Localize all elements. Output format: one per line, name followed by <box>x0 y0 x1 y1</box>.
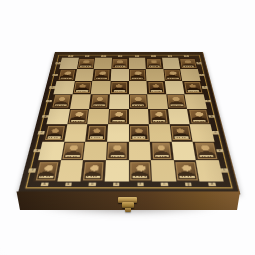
square-a6 <box>53 81 74 94</box>
square-d1 <box>104 160 128 181</box>
file-label-d: d <box>104 182 128 186</box>
square-g8 <box>161 57 180 68</box>
square-e4 <box>128 108 149 124</box>
coordinate-plate: g <box>184 182 191 186</box>
portrait-nameplate <box>60 77 72 78</box>
portrait-c5 <box>90 95 107 107</box>
portrait-d4 <box>109 109 126 122</box>
coordinate-plate: d <box>117 55 122 57</box>
file-label-g: g <box>176 182 201 186</box>
square-c1 <box>80 160 105 181</box>
portrait-g1 <box>175 162 197 180</box>
portrait-nameplate <box>80 65 91 66</box>
coordinate-plate: g <box>167 55 172 57</box>
portrait-f4 <box>149 109 167 122</box>
square-h7 <box>180 69 200 81</box>
portrait-nameplate <box>131 77 142 78</box>
square-f8 <box>145 57 163 68</box>
portrait-nameplate <box>132 104 144 106</box>
square-f6 <box>146 81 166 94</box>
square-b8 <box>76 57 95 68</box>
square-f1 <box>151 160 176 181</box>
portrait-c1 <box>82 162 103 180</box>
file-label-b: b <box>78 55 95 57</box>
board-grid <box>33 57 224 181</box>
file-label-f: f <box>145 55 162 57</box>
coordinate-plate: 2 <box>33 149 40 152</box>
portrait-e5 <box>129 95 146 107</box>
portrait-e7 <box>129 69 144 79</box>
portrait-e3 <box>130 125 148 140</box>
coordinate-plate: 7 <box>198 73 203 75</box>
square-b4 <box>66 108 88 124</box>
portrait-nameplate <box>71 120 84 122</box>
square-e8 <box>128 57 145 68</box>
square-c8 <box>93 57 111 68</box>
coordinate-plate: a <box>40 182 48 186</box>
coordinate-plate: 5 <box>205 100 211 102</box>
file-label-e: e <box>128 55 145 57</box>
file-label-d: d <box>111 55 128 57</box>
coordinate-plate: b <box>84 55 89 57</box>
portrait-b4 <box>68 109 87 122</box>
square-h8 <box>178 57 197 68</box>
file-label-b: b <box>56 182 81 186</box>
square-f7 <box>145 69 164 81</box>
square-c3 <box>85 124 108 141</box>
square-e7 <box>128 69 146 81</box>
portrait-a7 <box>58 69 75 79</box>
portrait-nameplate <box>199 155 213 157</box>
portrait-nameplate <box>93 104 105 106</box>
portrait-nameplate <box>193 120 206 122</box>
portrait-nameplate <box>47 136 61 138</box>
square-f5 <box>147 94 167 108</box>
coordinate-plate: c <box>101 55 106 57</box>
portrait-b2 <box>62 143 83 159</box>
square-a7 <box>56 69 76 81</box>
square-c7 <box>92 69 111 81</box>
portrait-a5 <box>51 95 70 107</box>
square-g7 <box>163 69 182 81</box>
portrait-d8 <box>112 58 127 68</box>
coordinate-plate: 6 <box>49 86 55 88</box>
portrait-c7 <box>94 69 110 79</box>
portrait-nameplate <box>152 120 165 122</box>
portrait-nameplate <box>54 104 67 106</box>
square-e3 <box>128 124 150 141</box>
square-e6 <box>128 81 147 94</box>
portrait-h8 <box>179 58 195 68</box>
product-photo: abcdefgh abcdefgh 87654321 87654321 <box>0 0 255 255</box>
square-e2 <box>128 141 151 160</box>
portrait-nameplate <box>179 175 194 178</box>
square-b7 <box>74 69 93 81</box>
square-b6 <box>72 81 92 94</box>
coordinate-plate: b <box>64 182 71 186</box>
square-g4 <box>167 108 189 124</box>
file-label-e: e <box>128 182 152 186</box>
board-frame: abcdefgh abcdefgh 87654321 87654321 <box>17 52 240 194</box>
coordinate-plate: 3 <box>212 131 219 134</box>
portrait-d2 <box>107 143 126 159</box>
square-b5 <box>69 94 90 108</box>
portrait-h6 <box>184 82 202 93</box>
portrait-nameplate <box>111 120 124 122</box>
portrait-b6 <box>73 82 90 93</box>
portrait-nameplate <box>174 136 188 138</box>
portrait-nameplate <box>132 136 145 138</box>
portrait-g3 <box>171 125 191 140</box>
square-f2 <box>149 141 173 160</box>
file-label-g: g <box>161 55 178 57</box>
portrait-h2 <box>194 143 216 159</box>
square-c6 <box>90 81 110 94</box>
square-d3 <box>106 124 128 141</box>
coordinate-plate: 3 <box>38 131 45 134</box>
square-g5 <box>166 94 187 108</box>
square-d8 <box>111 57 128 68</box>
square-d6 <box>109 81 128 94</box>
square-c5 <box>89 94 109 108</box>
portrait-c3 <box>87 125 106 140</box>
file-label-h: h <box>199 182 224 186</box>
portrait-nameplate <box>76 90 88 92</box>
portrait-nameplate <box>187 90 199 92</box>
brass-clasp <box>118 196 137 212</box>
square-d2 <box>105 141 128 160</box>
portrait-g7 <box>164 69 180 79</box>
coordinate-plate: 1 <box>220 169 227 173</box>
portrait-nameplate <box>38 175 53 178</box>
square-g3 <box>169 124 192 141</box>
coordinate-plate: 5 <box>46 100 52 102</box>
portrait-nameplate <box>154 155 168 157</box>
coordinate-plate: 6 <box>201 86 207 88</box>
square-c4 <box>87 108 108 124</box>
square-g6 <box>164 81 184 94</box>
square-h5 <box>184 94 206 108</box>
square-h6 <box>182 81 203 94</box>
portrait-a3 <box>44 125 65 140</box>
square-e1 <box>128 160 152 181</box>
coordinate-plate: e <box>136 182 143 186</box>
portrait-b8 <box>78 58 94 68</box>
square-b1 <box>56 160 82 181</box>
square-b3 <box>63 124 87 141</box>
clasp-tab <box>125 208 131 212</box>
coordinate-plate: h <box>208 182 215 186</box>
portrait-g5 <box>167 95 185 107</box>
portrait-h4 <box>189 109 209 122</box>
coordinate-plate: f <box>151 55 156 57</box>
square-d4 <box>107 108 128 124</box>
coordinate-plate: 8 <box>55 62 60 64</box>
coordinate-plate: 4 <box>42 115 48 118</box>
portrait-f6 <box>147 82 164 93</box>
file-label-h: h <box>178 55 195 57</box>
square-e5 <box>128 94 148 108</box>
coordinate-plate: 1 <box>28 169 35 173</box>
coordinate-plate: 7 <box>52 73 57 75</box>
coordinate-plate: f <box>160 182 167 186</box>
portrait-nameplate <box>114 65 125 66</box>
file-labels-top: abcdefgh <box>62 55 195 57</box>
portrait-nameplate <box>113 90 125 92</box>
file-label-a: a <box>32 182 57 186</box>
coordinate-plate: c <box>88 182 95 186</box>
coordinate-plate: e <box>134 55 139 57</box>
portrait-f8 <box>146 58 161 68</box>
file-labels-bottom: abcdefgh <box>31 182 224 187</box>
coordinate-plate: 2 <box>216 149 223 152</box>
portrait-nameplate <box>96 77 107 78</box>
coordinate-plate: d <box>112 182 119 186</box>
square-d5 <box>108 94 128 108</box>
square-c2 <box>83 141 107 160</box>
square-a8 <box>59 57 78 68</box>
portrait-f2 <box>151 143 171 159</box>
square-g1 <box>173 160 199 181</box>
chess-box-lid: abcdefgh abcdefgh 87654321 87654321 <box>17 52 240 194</box>
portrait-e1 <box>130 162 150 180</box>
portrait-nameplate <box>170 104 182 106</box>
coordinate-plate: 4 <box>208 115 214 118</box>
portrait-nameplate <box>89 136 103 138</box>
coordinate-plate: h <box>184 55 189 57</box>
portrait-nameplate <box>150 90 162 92</box>
file-label-c: c <box>80 182 104 186</box>
square-d7 <box>110 69 128 81</box>
portrait-nameplate <box>65 155 79 157</box>
square-f3 <box>148 124 170 141</box>
file-label-c: c <box>95 55 112 57</box>
coordinate-plate: 8 <box>196 62 201 64</box>
coordinate-plate: a <box>68 55 73 57</box>
portrait-nameplate <box>167 77 178 78</box>
square-f4 <box>148 108 169 124</box>
square-b2 <box>60 141 85 160</box>
file-label-f: f <box>152 182 176 186</box>
portrait-d6 <box>111 82 127 93</box>
portrait-nameplate <box>110 155 124 157</box>
portrait-nameplate <box>132 175 147 178</box>
file-label-a: a <box>62 55 79 57</box>
portrait-nameplate <box>85 175 100 178</box>
portrait-nameplate <box>148 65 159 66</box>
portrait-nameplate <box>183 65 194 66</box>
portrait-a1 <box>35 162 58 180</box>
square-g2 <box>171 141 196 160</box>
